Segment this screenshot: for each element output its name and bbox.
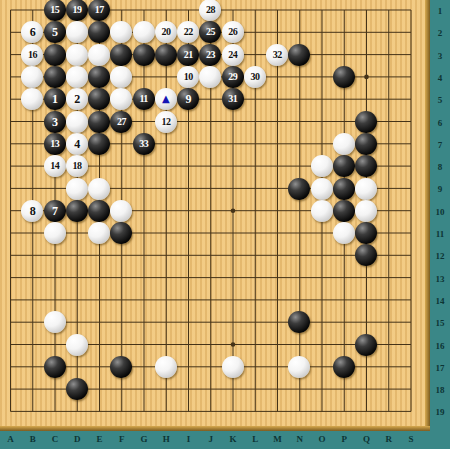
black-stone-G5: 11 (133, 88, 155, 110)
black-stone-C4 (44, 66, 66, 88)
white-stone-O8 (311, 155, 333, 177)
move-number: 6 (30, 26, 36, 38)
column-label-S: S (403, 434, 419, 444)
black-stone-P10 (333, 200, 355, 222)
move-number: 9 (185, 93, 191, 105)
white-stone-M3: 32 (266, 44, 288, 66)
white-stone-D3 (66, 44, 88, 66)
white-stone-H17 (155, 356, 177, 378)
move-number: 24 (228, 50, 237, 60)
move-number: 20 (161, 27, 170, 37)
black-stone-Q8 (355, 155, 377, 177)
triangle-marker: ▲ (162, 94, 170, 104)
white-stone-J1: 28 (199, 0, 221, 21)
black-stone-D10 (66, 200, 88, 222)
go-diagram-screen: 15191728652022252616212324321029301211▲9… (0, 0, 450, 449)
black-stone-P9 (333, 178, 355, 200)
black-stone-E4 (88, 66, 110, 88)
white-stone-B5 (21, 88, 43, 110)
black-stone-P4 (333, 66, 355, 88)
move-number: 11 (139, 94, 147, 104)
column-label-L: L (247, 434, 263, 444)
white-stone-H6: 12 (155, 111, 177, 133)
black-stone-C10: 7 (44, 200, 66, 222)
black-stone-N9 (288, 178, 310, 200)
white-stone-F4 (110, 66, 132, 88)
row-label-13: 13 (433, 274, 447, 284)
black-stone-C3 (44, 44, 66, 66)
white-stone-D9 (66, 178, 88, 200)
black-stone-C6: 3 (44, 111, 66, 133)
move-number: 14 (50, 161, 59, 171)
row-label-2: 2 (433, 28, 447, 38)
white-stone-H5: ▲ (155, 88, 177, 110)
move-number: 13 (50, 139, 59, 149)
black-stone-P17 (333, 356, 355, 378)
black-stone-Q6 (355, 111, 377, 133)
white-stone-K17 (222, 356, 244, 378)
white-stone-D6 (66, 111, 88, 133)
go-board[interactable]: 15191728652022252616212324321029301211▲9… (0, 0, 422, 423)
black-stone-J2: 25 (199, 21, 221, 43)
row-coordinate-strip (430, 0, 450, 449)
white-stone-L4: 30 (244, 66, 266, 88)
white-stone-N17 (288, 356, 310, 378)
black-stone-Q7 (355, 133, 377, 155)
black-stone-Q12 (355, 244, 377, 266)
white-stone-K3: 24 (222, 44, 244, 66)
row-label-1: 1 (433, 6, 447, 16)
white-stone-D2 (66, 21, 88, 43)
row-label-6: 6 (433, 118, 447, 128)
row-label-19: 19 (433, 407, 447, 417)
white-stone-C15 (44, 311, 66, 333)
black-stone-G7: 33 (133, 133, 155, 155)
row-label-9: 9 (433, 184, 447, 194)
black-stone-C1: 15 (44, 0, 66, 21)
column-label-O: O (314, 434, 330, 444)
white-stone-O9 (311, 178, 333, 200)
column-label-I: I (181, 434, 197, 444)
move-number: 7 (52, 205, 58, 217)
move-number: 5 (52, 26, 58, 38)
column-label-R: R (381, 434, 397, 444)
black-stone-P8 (333, 155, 355, 177)
white-stone-G2 (133, 21, 155, 43)
white-stone-P7 (333, 133, 355, 155)
white-stone-H2: 20 (155, 21, 177, 43)
column-label-H: H (158, 434, 174, 444)
move-number: 26 (228, 27, 237, 37)
row-label-12: 12 (433, 251, 447, 261)
white-stone-D7: 4 (66, 133, 88, 155)
move-number: 31 (228, 94, 237, 104)
move-number: 23 (206, 50, 215, 60)
move-number: 3 (52, 116, 58, 128)
move-number: 22 (184, 27, 193, 37)
column-label-A: A (3, 434, 19, 444)
move-number: 15 (50, 5, 59, 15)
black-stone-C2: 5 (44, 21, 66, 43)
move-number: 12 (161, 117, 170, 127)
white-stone-F5 (110, 88, 132, 110)
row-label-11: 11 (433, 229, 447, 239)
move-number: 21 (184, 50, 193, 60)
row-label-4: 4 (433, 73, 447, 83)
move-number: 19 (72, 5, 81, 15)
white-stone-P11 (333, 222, 355, 244)
column-label-G: G (136, 434, 152, 444)
row-label-8: 8 (433, 162, 447, 172)
white-stone-D16 (66, 334, 88, 356)
column-label-E: E (92, 434, 108, 444)
black-stone-N3 (288, 44, 310, 66)
move-number: 2 (74, 93, 80, 105)
black-stone-E7 (88, 133, 110, 155)
white-stone-B4 (21, 66, 43, 88)
black-stone-F3 (110, 44, 132, 66)
black-stone-Q11 (355, 222, 377, 244)
black-stone-E5 (88, 88, 110, 110)
column-label-N: N (292, 434, 308, 444)
black-stone-F6: 27 (110, 111, 132, 133)
black-stone-C7: 13 (44, 133, 66, 155)
white-stone-J4 (199, 66, 221, 88)
black-stone-I3: 21 (177, 44, 199, 66)
white-stone-E9 (88, 178, 110, 200)
white-stone-B2: 6 (21, 21, 43, 43)
white-stone-E11 (88, 222, 110, 244)
black-stone-D18 (66, 378, 88, 400)
move-number: 28 (206, 5, 215, 15)
column-label-Q: Q (359, 434, 375, 444)
black-stone-K5: 31 (222, 88, 244, 110)
row-label-7: 7 (433, 140, 447, 150)
row-label-3: 3 (433, 51, 447, 61)
black-stone-F17 (110, 356, 132, 378)
column-label-D: D (69, 434, 85, 444)
row-label-5: 5 (433, 95, 447, 105)
white-stone-F2 (110, 21, 132, 43)
move-number: 18 (72, 161, 81, 171)
column-label-P: P (336, 434, 352, 444)
column-label-K: K (225, 434, 241, 444)
column-label-J: J (203, 434, 219, 444)
move-number: 25 (206, 27, 215, 37)
move-number: 30 (250, 72, 259, 82)
move-number: 10 (184, 72, 193, 82)
column-label-F: F (114, 434, 130, 444)
white-stone-F10 (110, 200, 132, 222)
black-stone-J3: 23 (199, 44, 221, 66)
move-number: 4 (74, 138, 80, 150)
column-label-M: M (270, 434, 286, 444)
white-stone-D8: 18 (66, 155, 88, 177)
black-stone-C17 (44, 356, 66, 378)
white-stone-D4 (66, 66, 88, 88)
move-number: 1 (52, 93, 58, 105)
row-label-18: 18 (433, 385, 447, 395)
white-stone-O10 (311, 200, 333, 222)
move-number: 16 (28, 50, 37, 60)
white-stone-E3 (88, 44, 110, 66)
white-stone-Q9 (355, 178, 377, 200)
black-stone-F11 (110, 222, 132, 244)
white-stone-B3: 16 (21, 44, 43, 66)
black-stone-Q16 (355, 334, 377, 356)
white-stone-Q10 (355, 200, 377, 222)
white-stone-C8: 14 (44, 155, 66, 177)
row-label-14: 14 (433, 296, 447, 306)
move-number: 32 (273, 50, 282, 60)
black-stone-H3 (155, 44, 177, 66)
white-stone-B10: 8 (21, 200, 43, 222)
black-stone-E10 (88, 200, 110, 222)
row-label-15: 15 (433, 318, 447, 328)
black-stone-E2 (88, 21, 110, 43)
black-stone-K4: 29 (222, 66, 244, 88)
move-number: 29 (228, 72, 237, 82)
black-stone-I5: 9 (177, 88, 199, 110)
black-stone-D1: 19 (66, 0, 88, 21)
move-number: 27 (117, 117, 126, 127)
white-stone-C11 (44, 222, 66, 244)
move-number: 33 (139, 139, 148, 149)
row-label-10: 10 (433, 207, 447, 217)
black-stone-E6 (88, 111, 110, 133)
black-stone-E1: 17 (88, 0, 110, 21)
row-label-17: 17 (433, 363, 447, 373)
move-number: 17 (95, 5, 104, 15)
white-stone-K2: 26 (222, 21, 244, 43)
column-label-C: C (47, 434, 63, 444)
column-label-B: B (25, 434, 41, 444)
white-stone-I2: 22 (177, 21, 199, 43)
black-stone-C5: 1 (44, 88, 66, 110)
black-stone-N15 (288, 311, 310, 333)
white-stone-I4: 10 (177, 66, 199, 88)
white-stone-D5: 2 (66, 88, 88, 110)
row-label-16: 16 (433, 341, 447, 351)
move-number: 8 (30, 205, 36, 217)
black-stone-G3 (133, 44, 155, 66)
